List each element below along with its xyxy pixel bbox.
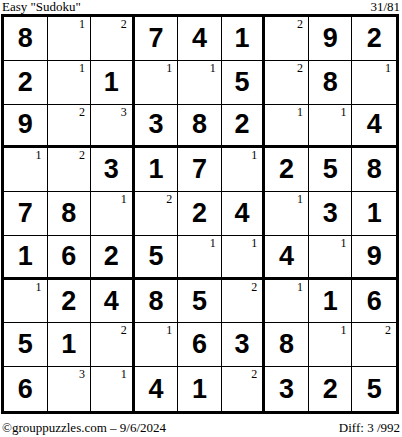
cell-value: 6 (61, 243, 76, 270)
cell-value: 6 (367, 288, 382, 315)
cell-r1c5[interactable]: 4 (178, 17, 222, 61)
cell-value: 3 (104, 156, 119, 183)
cell-r6c2[interactable]: 6 (48, 236, 92, 280)
cell-value: 2 (18, 69, 33, 96)
pencil-mark: 1 (251, 149, 257, 161)
cell-r7c6[interactable]: 2 (222, 280, 266, 324)
cell-r8c7[interactable]: 8 (265, 323, 309, 367)
cell-r2c1[interactable]: 2 (4, 61, 48, 105)
cell-value: 2 (235, 111, 250, 138)
cell-r6c9[interactable]: 9 (352, 236, 396, 280)
pencil-mark: 1 (297, 281, 303, 293)
cell-r4c2[interactable]: 2 (48, 148, 92, 192)
pencil-mark: 1 (210, 237, 216, 249)
cell-r2c8[interactable]: 8 (309, 61, 353, 105)
pencil-mark: 3 (79, 368, 85, 380)
cell-r1c9[interactable]: 2 (352, 17, 396, 61)
cell-r7c9[interactable]: 6 (352, 280, 396, 324)
cell-value: 6 (192, 331, 207, 358)
pencil-mark: 2 (121, 324, 127, 336)
cell-r9c7[interactable]: 3 (265, 367, 309, 411)
pencil-mark: 1 (297, 193, 303, 205)
cell-value: 1 (104, 69, 119, 96)
cell-value: 1 (192, 376, 207, 403)
pencil-mark: 2 (79, 106, 85, 118)
cell-r9c3[interactable]: 1 (91, 367, 135, 411)
cell-r9c2[interactable]: 3 (48, 367, 92, 411)
pencil-mark: 2 (297, 18, 303, 30)
cell-r1c7[interactable]: 2 (265, 17, 309, 61)
cell-r5c2[interactable]: 8 (48, 192, 92, 236)
cell-value: 8 (367, 156, 382, 183)
cell-value: 4 (192, 25, 207, 52)
page-header: Easy "Sudoku" 31/81 (1, 0, 401, 14)
cell-value: 1 (148, 156, 163, 183)
cell-r1c2[interactable]: 1 (48, 17, 92, 61)
cell-r1c6[interactable]: 1 (222, 17, 266, 61)
cell-r4c1[interactable]: 1 (4, 148, 48, 192)
cell-r2c7[interactable]: 2 (265, 61, 309, 105)
cell-r4c3[interactable]: 3 (91, 148, 135, 192)
cell-r9c8[interactable]: 2 (309, 367, 353, 411)
cell-r4c4[interactable]: 1 (135, 148, 179, 192)
cell-value: 7 (192, 156, 207, 183)
cell-r8c6[interactable]: 3 (222, 323, 266, 367)
pencil-mark: 2 (297, 62, 303, 74)
pencil-mark: 1 (36, 149, 42, 161)
cell-r3c3[interactable]: 3 (91, 105, 135, 149)
cell-r2c3[interactable]: 1 (91, 61, 135, 105)
cell-value: 2 (279, 156, 294, 183)
cell-r1c8[interactable]: 9 (309, 17, 353, 61)
cell-r5c5[interactable]: 2 (178, 192, 222, 236)
cell-r6c3[interactable]: 2 (91, 236, 135, 280)
cell-value: 3 (235, 331, 250, 358)
cell-r6c1[interactable]: 1 (4, 236, 48, 280)
copyright-text: ©grouppuzzles.com – 9/6/2024 (2, 421, 166, 435)
cell-r2c2[interactable]: 1 (48, 61, 92, 105)
cell-value: 5 (148, 243, 163, 270)
cell-value: 2 (104, 243, 119, 270)
pencil-mark: 2 (251, 281, 257, 293)
cell-r5c8[interactable]: 3 (309, 192, 353, 236)
cell-r7c7[interactable]: 1 (265, 280, 309, 324)
cell-r9c1[interactable]: 6 (4, 367, 48, 411)
cell-r8c1[interactable]: 5 (4, 323, 48, 367)
pencil-mark: 1 (251, 237, 257, 249)
cell-value: 8 (61, 200, 76, 227)
pencil-mark: 1 (210, 62, 216, 74)
pencil-mark: 2 (121, 18, 127, 30)
cell-r7c2[interactable]: 2 (48, 280, 92, 324)
pencil-mark: 1 (166, 324, 172, 336)
cell-r8c4[interactable]: 1 (135, 323, 179, 367)
cell-value: 5 (323, 156, 338, 183)
cell-value: 1 (61, 331, 76, 358)
cell-r8c3[interactable]: 2 (91, 323, 135, 367)
cell-r3c8[interactable]: 1 (309, 105, 353, 149)
pencil-mark: 1 (36, 281, 42, 293)
cell-r1c4[interactable]: 7 (135, 17, 179, 61)
cell-value: 9 (367, 243, 382, 270)
cell-r7c3[interactable]: 4 (91, 280, 135, 324)
cell-r9c4[interactable]: 4 (135, 367, 179, 411)
cell-value: 1 (323, 288, 338, 315)
cell-value: 4 (148, 376, 163, 403)
cell-value: 5 (367, 376, 382, 403)
cell-r2c6[interactable]: 5 (222, 61, 266, 105)
difficulty-text: Diff: 3 /992 (339, 421, 400, 435)
cell-r8c9[interactable]: 2 (352, 323, 396, 367)
sudoku-page: Easy "Sudoku" 31/81 81274129221111528192… (0, 0, 402, 437)
pencil-mark: 2 (385, 324, 391, 336)
cell-r4c8[interactable]: 5 (309, 148, 353, 192)
cell-value: 1 (235, 25, 250, 52)
puzzle-title: Easy "Sudoku" (2, 0, 81, 13)
cell-value: 4 (367, 111, 382, 138)
cell-r5c4[interactable]: 2 (135, 192, 179, 236)
pencil-mark: 1 (121, 193, 127, 205)
cell-r1c1[interactable]: 8 (4, 17, 48, 61)
cell-value: 3 (279, 376, 294, 403)
cell-value: 4 (104, 288, 119, 315)
pencil-mark: 2 (166, 193, 172, 205)
cell-value: 2 (61, 288, 76, 315)
pencil-mark: 1 (79, 18, 85, 30)
page-footer: ©grouppuzzles.com – 9/6/2024 Diff: 3 /99… (1, 421, 401, 435)
cell-r4c7[interactable]: 2 (265, 148, 309, 192)
pencil-mark: 1 (340, 237, 346, 249)
cell-r4c9[interactable]: 8 (352, 148, 396, 192)
cell-r3c9[interactable]: 4 (352, 105, 396, 149)
cell-r8c8[interactable]: 1 (309, 323, 353, 367)
cell-r5c6[interactable]: 4 (222, 192, 266, 236)
cell-r3c5[interactable]: 8 (178, 105, 222, 149)
cell-value: 3 (323, 200, 338, 227)
cell-value: 1 (367, 200, 382, 227)
cell-r5c7[interactable]: 1 (265, 192, 309, 236)
cell-r2c9[interactable]: 1 (352, 61, 396, 105)
cell-r2c5[interactable]: 1 (178, 61, 222, 105)
cell-value: 8 (192, 111, 207, 138)
cell-r9c5[interactable]: 1 (178, 367, 222, 411)
cell-r3c6[interactable]: 2 (222, 105, 266, 149)
cell-r4c5[interactable]: 7 (178, 148, 222, 192)
cell-r1c3[interactable]: 2 (91, 17, 135, 61)
cell-value: 6 (18, 376, 33, 403)
cell-r6c6[interactable]: 1 (222, 236, 266, 280)
cell-r5c9[interactable]: 1 (352, 192, 396, 236)
cell-r6c4[interactable]: 5 (135, 236, 179, 280)
cell-value: 7 (148, 25, 163, 52)
pencil-mark: 1 (79, 62, 85, 74)
cell-value: 3 (148, 111, 163, 138)
cell-value: 9 (323, 25, 338, 52)
cell-r3c7[interactable]: 1 (265, 105, 309, 149)
cell-value: 2 (192, 200, 207, 227)
cell-value: 5 (235, 69, 250, 96)
cell-r8c2[interactable]: 1 (48, 323, 92, 367)
pencil-mark: 1 (385, 62, 391, 74)
pencil-mark: 2 (79, 149, 85, 161)
cell-r3c2[interactable]: 2 (48, 105, 92, 149)
cell-r5c3[interactable]: 1 (91, 192, 135, 236)
cell-r9c6[interactable]: 2 (222, 367, 266, 411)
cell-r4c6[interactable]: 1 (222, 148, 266, 192)
cell-value: 8 (323, 69, 338, 96)
cell-value: 7 (18, 200, 33, 227)
sudoku-grid: 8127412922111152819233821141231712587812… (1, 14, 399, 414)
cell-r7c1[interactable]: 1 (4, 280, 48, 324)
cell-r9c9[interactable]: 5 (352, 367, 396, 411)
cell-r2c4[interactable]: 1 (135, 61, 179, 105)
pencil-mark: 1 (340, 324, 346, 336)
cell-value: 2 (367, 25, 382, 52)
cell-value: 1 (18, 243, 33, 270)
cell-r3c4[interactable]: 3 (135, 105, 179, 149)
cell-value: 4 (279, 243, 294, 270)
cell-value: 2 (323, 376, 338, 403)
pencil-mark: 1 (121, 368, 127, 380)
pencil-mark: 1 (340, 106, 346, 118)
pencil-mark: 2 (251, 368, 257, 380)
cell-value: 5 (192, 288, 207, 315)
cell-r6c8[interactable]: 1 (309, 236, 353, 280)
cell-counter: 31/81 (370, 0, 400, 13)
cell-r5c1[interactable]: 7 (4, 192, 48, 236)
cell-r7c8[interactable]: 1 (309, 280, 353, 324)
cell-r6c5[interactable]: 1 (178, 236, 222, 280)
cell-r3c1[interactable]: 9 (4, 105, 48, 149)
cell-value: 9 (18, 111, 33, 138)
cell-value: 8 (148, 288, 163, 315)
pencil-mark: 1 (297, 106, 303, 118)
cell-r7c4[interactable]: 8 (135, 280, 179, 324)
pencil-mark: 3 (121, 106, 127, 118)
cell-value: 5 (18, 331, 33, 358)
pencil-mark: 1 (166, 62, 172, 74)
cell-value: 8 (279, 331, 294, 358)
cell-r8c5[interactable]: 6 (178, 323, 222, 367)
cell-value: 4 (235, 200, 250, 227)
cell-r6c7[interactable]: 4 (265, 236, 309, 280)
cell-r7c5[interactable]: 5 (178, 280, 222, 324)
cell-value: 8 (18, 25, 33, 52)
